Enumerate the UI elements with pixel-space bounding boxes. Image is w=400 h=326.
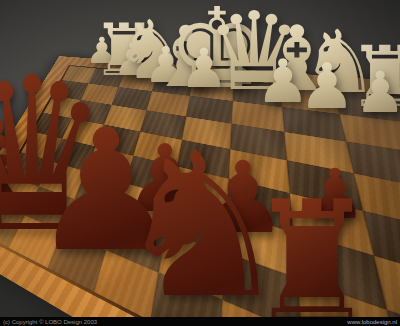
white-pawn[interactable]: ♟ bbox=[354, 64, 400, 121]
chess-scene: ♟♜♟♞♟♝♟♚♟♛♟♝♟♞♜♟♝♛♟♟♞♟♟♜ (c) Copyright ©… bbox=[0, 0, 400, 326]
copyright-text: (c) Copyright © LOBO Design 2003 bbox=[3, 319, 97, 325]
pieces-layer: ♟♜♟♞♟♝♟♚♟♛♟♝♟♞♜♟♝♛♟♟♞♟♟♜ bbox=[0, 0, 400, 326]
watermark-bar: (c) Copyright © LOBO Design 2003 www.lob… bbox=[0, 317, 400, 326]
website-text: www.lobodesign.nl bbox=[347, 319, 397, 325]
white-pawn[interactable]: ♟ bbox=[299, 55, 355, 118]
black-rook[interactable]: ♜ bbox=[248, 179, 376, 326]
